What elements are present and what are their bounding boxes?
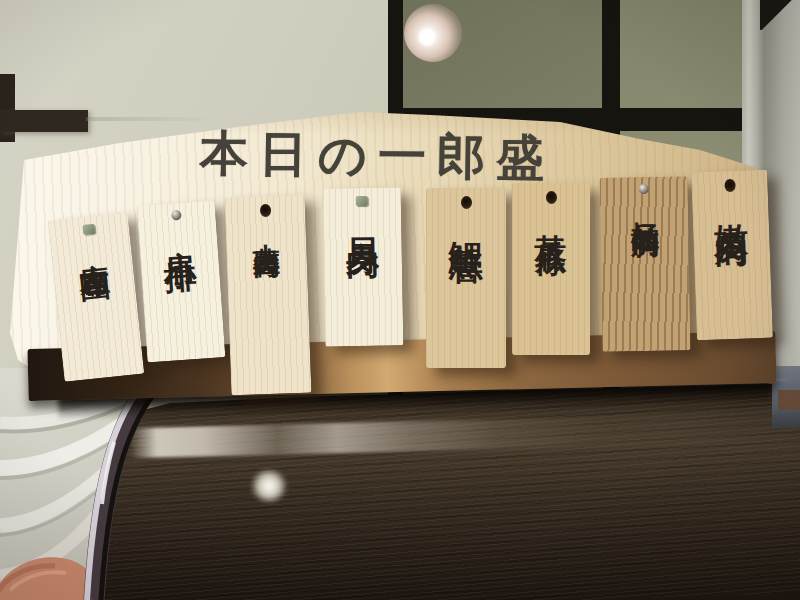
tag-label: 貝身肉 (346, 211, 379, 227)
tag-label: 極品前胸 (630, 199, 658, 211)
tag-label: 鯉魚管 (449, 214, 483, 229)
menu-tag-zabuton: 座布團 (48, 212, 144, 381)
tack-pin-icon (356, 196, 368, 206)
wall-frame-shadow (86, 117, 216, 121)
menu-tag-shoulder-ribs: 肩小排 (137, 200, 226, 362)
tag-hole-icon (461, 196, 472, 209)
menu-tag-carp-tube: 鯉魚管 (426, 188, 506, 368)
counter-highlight-spot (250, 470, 288, 502)
tag-hole-icon (724, 179, 735, 192)
sparkle-light-core (418, 28, 436, 46)
tag-label: 黃瓜條 (535, 209, 567, 224)
tag-hole-icon (259, 204, 270, 217)
tag-label: 上蓋臀肉 (252, 222, 279, 235)
tag-label: 嫩肩肉 (713, 196, 748, 212)
photo-scene: 本日の一郎盛 座布團 肩小排 上蓋臀肉 貝身肉 鯉魚管 黃瓜條 極品前胸 嫩肩肉 (0, 0, 800, 600)
tag-label: 座布團 (75, 238, 106, 256)
tack-pin-icon (82, 224, 95, 235)
menu-tag-cucumber-strip: 黃瓜條 (512, 183, 590, 355)
menu-tag-tender-shoulder: 嫩肩肉 (691, 170, 773, 341)
wall-frame-arm (0, 110, 88, 132)
menu-tag-premium-brisket: 極品前胸 (599, 176, 690, 352)
top-right-frame-corner (760, 0, 800, 30)
menu-tag-shell-meat: 貝身肉 (323, 187, 404, 346)
counter-corner-patch (778, 390, 800, 410)
board-title: 本日の一郎盛 (200, 122, 556, 191)
tag-label: 肩小排 (161, 224, 194, 241)
tag-hole-icon (546, 191, 557, 204)
tack-pin-icon (171, 210, 182, 221)
menu-tag-top-cap-rump: 上蓋臀肉 (225, 195, 312, 396)
tack-pin-icon (639, 184, 649, 194)
